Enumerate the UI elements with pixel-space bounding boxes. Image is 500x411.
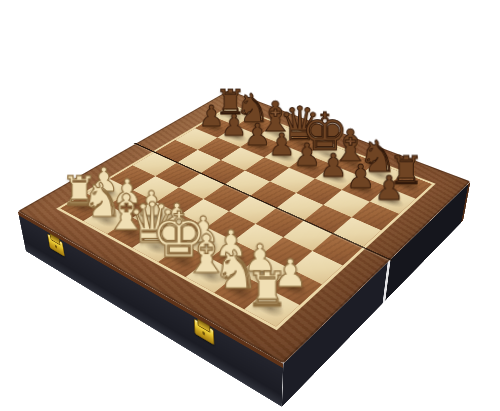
black-pawn-g7: ♟ bbox=[346, 161, 375, 192]
black-pawn-h7: ♟ bbox=[374, 172, 404, 204]
product-photo: ♜♞♝♛♚♝♞♜♟♟♟♟♟♟♟♟♟♟♟♟♟♟♟♟♜♞♝♛♚♝♞♜ bbox=[0, 0, 500, 411]
black-pawn-c7: ♟ bbox=[243, 120, 270, 149]
folding-chess-box: ♜♞♝♛♚♝♞♜♟♟♟♟♟♟♟♟♟♟♟♟♟♟♟♟♜♞♝♛♚♝♞♜ bbox=[18, 90, 471, 363]
square-e6 bbox=[270, 168, 315, 193]
white-rook-h1: ♜ bbox=[245, 267, 288, 313]
black-pawn-e7: ♟ bbox=[293, 140, 321, 170]
chess-board: ♜♞♝♛♚♝♞♜♟♟♟♟♟♟♟♟♟♟♟♟♟♟♟♟♜♞♝♛♚♝♞♜ bbox=[18, 90, 471, 363]
black-pawn-d7: ♟ bbox=[268, 130, 296, 159]
black-pawn-f7: ♟ bbox=[318, 150, 347, 181]
